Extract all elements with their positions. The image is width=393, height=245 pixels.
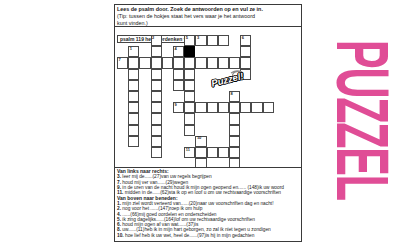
crossword-cell[interactable] (128, 80, 139, 91)
crossword-cell[interactable]: 8 (229, 91, 240, 102)
crossword-cell[interactable] (184, 125, 195, 136)
crossword-cell[interactable]: 11 (184, 147, 195, 158)
crossword-cell[interactable] (184, 102, 195, 113)
crossword-cell[interactable] (184, 57, 195, 68)
crossword-cell[interactable] (151, 57, 162, 68)
crossword-cell[interactable]: 6 (240, 35, 251, 46)
crossword-cell[interactable] (151, 91, 162, 102)
crossword-cell[interactable] (139, 57, 150, 68)
crossword-cell[interactable] (207, 102, 218, 113)
clue-number: 5 (186, 36, 188, 41)
worksheet-page: Lees de psalm door. Zoek de antwoorden o… (114, 3, 304, 242)
crossword-cell[interactable] (151, 113, 162, 124)
crossword-cell[interactable] (151, 102, 162, 113)
clue-number: 7 (119, 58, 121, 63)
crossword-cell[interactable] (229, 113, 240, 124)
crossword-cell[interactable] (251, 102, 262, 113)
crossword-cell[interactable] (195, 147, 206, 158)
clue-number: 11 (186, 148, 190, 153)
crossword-cell[interactable] (195, 57, 206, 68)
crossword-cell[interactable] (184, 113, 195, 124)
crossword-cell[interactable] (218, 147, 229, 158)
instruction-line: Lees de psalm door. Zoek de antwoorden o… (117, 6, 299, 13)
crossword-cell[interactable] (151, 80, 162, 91)
crossword-cell[interactable] (229, 102, 240, 113)
crossword-cell[interactable] (128, 69, 139, 80)
instruction-line: (Tip: tussen de hokjes staat het vers wa… (117, 13, 299, 20)
crossword-cell[interactable] (240, 57, 251, 68)
crossword-cell[interactable] (173, 80, 184, 91)
crossword-cell[interactable] (184, 80, 195, 91)
crossword-box: psalm 119 het overdenken van de wet 2536… (114, 26, 302, 168)
clues-box: Van links naar rechts: 3. leer mij de...… (114, 167, 302, 242)
crossword-cell[interactable] (151, 46, 162, 57)
clue-number: 2 (152, 36, 154, 41)
crossword-cell[interactable] (229, 57, 240, 68)
crossword-cell[interactable] (229, 147, 240, 158)
crossword-cell[interactable] (207, 35, 218, 46)
side-banner-text: PUZZEL (332, 40, 392, 200)
instructions-box: Lees de psalm door. Zoek de antwoorden o… (114, 4, 302, 27)
crossword-cell[interactable] (151, 136, 162, 147)
crossword-cell[interactable] (128, 57, 139, 68)
clue-number: 6 (242, 36, 244, 41)
crossword-cell[interactable]: 4 (173, 46, 184, 57)
crossword-cell[interactable] (218, 35, 229, 46)
crossword-cell[interactable] (240, 46, 251, 57)
clue-number: 4 (175, 47, 177, 52)
crossword-cell[interactable] (184, 91, 195, 102)
clue-number: 10 (197, 136, 201, 141)
crossword-cell[interactable] (229, 136, 240, 147)
clue-number: 9 (175, 103, 177, 108)
crossword-cell[interactable] (184, 69, 195, 80)
crossword-cell[interactable] (151, 147, 162, 158)
crossword-cell[interactable] (229, 125, 240, 136)
crossword-cell[interactable] (151, 69, 162, 80)
side-banner: PUZZEL (332, 20, 392, 220)
crossword-cell[interactable] (128, 136, 139, 147)
across-clue-list: 3. leer mij de......(27)van uw regels be… (117, 174, 299, 195)
crossword-cell[interactable] (173, 57, 184, 68)
crossword-cell[interactable]: 2 (151, 35, 162, 46)
crossword-cell[interactable] (263, 102, 274, 113)
crossword-cell[interactable]: 7 (117, 57, 128, 68)
crossword-cell[interactable] (240, 69, 251, 80)
crossword-cell[interactable] (218, 102, 229, 113)
crossword-cell[interactable] (240, 102, 251, 113)
worksheet-screenshot: Lees de psalm door. Zoek de antwoorden o… (0, 0, 393, 245)
black-cell (184, 46, 195, 57)
crossword-cell[interactable]: 9 (173, 102, 184, 113)
crossword-cell[interactable] (173, 69, 184, 80)
clue-number: 1 (130, 47, 132, 52)
crossword-cell[interactable] (207, 57, 218, 68)
clue-number: 8 (231, 92, 233, 97)
crossword-cell[interactable] (128, 125, 139, 136)
down-clue-list: 1. mijn ziel wordt verteerd van......(20… (117, 201, 299, 238)
crossword-cell[interactable]: 5 (184, 35, 195, 46)
clue-line: 10. hoe lief heb ik uw wet, heel de.....… (117, 233, 299, 238)
crossword-cell[interactable] (218, 57, 229, 68)
clue-number: 3 (197, 36, 199, 41)
crossword-cell[interactable] (207, 147, 218, 158)
crossword-grid: 2536147891011 (117, 35, 277, 171)
crossword-cell[interactable] (151, 125, 162, 136)
crossword-cell[interactable] (128, 91, 139, 102)
crossword-cell[interactable] (195, 102, 206, 113)
crossword-cell[interactable] (128, 113, 139, 124)
crossword-cell[interactable] (128, 102, 139, 113)
crossword-cell[interactable] (162, 57, 173, 68)
crossword-cell[interactable]: 3 (195, 35, 206, 46)
crossword-cell[interactable]: 1 (128, 46, 139, 57)
crossword-cell[interactable]: 10 (195, 136, 206, 147)
